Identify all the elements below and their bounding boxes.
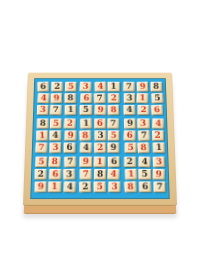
cell-r1c4[interactable]: 3 [80, 81, 92, 91]
cell-r2c1[interactable]: 4 [37, 93, 49, 103]
cell-r8c1[interactable]: 2 [35, 169, 47, 180]
cell-r3c1[interactable]: 3 [37, 105, 49, 115]
cell-r4c1[interactable]: 8 [37, 118, 49, 128]
cell-r7c5[interactable]: 1 [93, 156, 106, 167]
cell-r7c4[interactable]: 9 [80, 157, 92, 167]
cell-r8c6[interactable]: 4 [107, 169, 120, 180]
cell-r7c9[interactable]: 3 [152, 156, 165, 167]
cell-r9c5[interactable]: 5 [93, 181, 105, 192]
cell-r9c8[interactable]: 6 [139, 181, 152, 192]
block-5: 167835429 [80, 118, 120, 152]
cell-r8c3[interactable]: 3 [63, 169, 76, 180]
cell-r6c7[interactable]: 5 [124, 142, 136, 153]
cell-r1c8[interactable]: 9 [137, 82, 149, 92]
cell-r3c7[interactable]: 4 [123, 105, 135, 115]
cell-r2c9[interactable]: 5 [151, 93, 163, 103]
cell-r4c2[interactable]: 5 [50, 118, 62, 128]
cell-r3c6[interactable]: 8 [108, 105, 120, 115]
cell-r5c2[interactable]: 4 [50, 130, 62, 140]
cell-r7c3[interactable]: 7 [64, 156, 76, 167]
cell-r9c7[interactable]: 8 [124, 181, 137, 192]
cell-r4c3[interactable]: 2 [64, 118, 77, 129]
cell-r5c6[interactable]: 5 [108, 130, 120, 140]
product-photo-background: 6254983713416725987983154268521497361678… [0, 0, 200, 280]
cell-r7c7[interactable]: 2 [124, 157, 136, 167]
cell-r9c1[interactable]: 9 [35, 181, 47, 192]
block-6: 934672581 [124, 118, 165, 152]
cell-r4c5[interactable]: 6 [94, 118, 106, 128]
cell-r1c5[interactable]: 4 [94, 82, 106, 92]
cell-r4c4[interactable]: 1 [80, 118, 92, 128]
cell-r6c1[interactable]: 7 [35, 142, 48, 153]
cell-r9c6[interactable]: 3 [108, 181, 120, 192]
cell-r6c6[interactable]: 9 [107, 142, 119, 153]
cell-r1c9[interactable]: 8 [150, 82, 162, 92]
cell-r5c3[interactable]: 9 [64, 130, 76, 140]
cell-r8c7[interactable]: 1 [124, 169, 137, 180]
cell-r1c2[interactable]: 2 [52, 82, 64, 92]
cell-r1c3[interactable]: 5 [65, 82, 77, 92]
block-1: 625498371 [37, 82, 77, 115]
cell-r5c8[interactable]: 7 [138, 130, 151, 141]
sudoku-board: 6254983713416725987983154268521497361678… [23, 72, 177, 206]
cell-r8c2[interactable]: 6 [49, 169, 62, 180]
cell-r6c5[interactable]: 2 [94, 142, 107, 153]
cell-r9c2[interactable]: 1 [48, 181, 61, 192]
cell-r1c6[interactable]: 1 [108, 82, 120, 92]
cell-r2c7[interactable]: 3 [123, 93, 135, 103]
cell-r3c9[interactable]: 6 [150, 105, 163, 115]
cell-r6c3[interactable]: 6 [63, 142, 75, 152]
cell-r8c9[interactable]: 9 [152, 169, 164, 180]
block-4: 852149736 [36, 118, 77, 152]
cell-r4c6[interactable]: 7 [107, 118, 119, 128]
cell-r9c9[interactable]: 7 [153, 181, 165, 192]
block-3: 798315426 [123, 82, 163, 115]
cell-r4c9[interactable]: 4 [152, 118, 164, 128]
block-7: 587263914 [34, 157, 75, 193]
cell-r5c5[interactable]: 3 [94, 130, 106, 140]
cell-r6c8[interactable]: 8 [137, 142, 150, 153]
cell-r2c2[interactable]: 9 [51, 93, 63, 103]
cell-r5c1[interactable]: 1 [36, 130, 48, 141]
cell-r7c2[interactable]: 8 [49, 156, 62, 167]
cell-r5c4[interactable]: 8 [79, 130, 91, 141]
cell-r2c8[interactable]: 1 [137, 93, 149, 103]
cell-r8c4[interactable]: 7 [80, 169, 92, 180]
cell-r6c9[interactable]: 1 [152, 142, 165, 153]
cell-r1c1[interactable]: 6 [37, 82, 49, 92]
cell-r8c8[interactable]: 5 [138, 169, 150, 180]
cell-r5c7[interactable]: 6 [123, 130, 135, 141]
block-8: 916784253 [79, 157, 120, 193]
board-field: 6254983713416725987983154268521497361678… [30, 78, 170, 199]
cell-r7c8[interactable]: 4 [139, 156, 151, 167]
cell-r2c4[interactable]: 6 [81, 93, 93, 103]
block-2: 341672598 [80, 82, 120, 115]
cell-r7c1[interactable]: 5 [35, 156, 48, 167]
cell-r4c7[interactable]: 9 [123, 118, 135, 128]
cell-r6c4[interactable]: 4 [80, 142, 92, 153]
cell-r3c5[interactable]: 9 [94, 105, 106, 115]
cell-r2c3[interactable]: 8 [64, 93, 76, 103]
cell-r2c6[interactable]: 2 [108, 93, 120, 103]
cell-r9c3[interactable]: 4 [63, 181, 76, 192]
cell-r1c7[interactable]: 7 [123, 82, 135, 92]
cell-r3c4[interactable]: 5 [80, 105, 92, 115]
cell-r8c5[interactable]: 8 [94, 169, 106, 180]
cell-r3c8[interactable]: 2 [138, 105, 150, 115]
cell-r3c3[interactable]: 1 [64, 105, 76, 115]
cell-r5c9[interactable]: 2 [152, 130, 164, 140]
cell-r7c6[interactable]: 6 [108, 156, 121, 167]
cell-r3c2[interactable]: 7 [50, 105, 62, 115]
cell-r2c5[interactable]: 7 [93, 93, 105, 103]
block-9: 243159867 [124, 157, 165, 193]
cell-r9c4[interactable]: 2 [79, 181, 92, 192]
cell-r6c2[interactable]: 3 [50, 142, 62, 153]
cell-r4c8[interactable]: 3 [137, 118, 149, 128]
